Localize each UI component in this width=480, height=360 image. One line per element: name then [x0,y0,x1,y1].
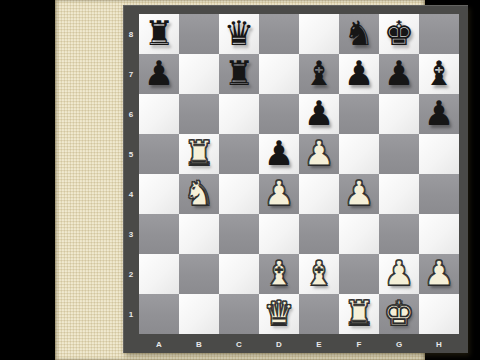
square-g8[interactable]: ♚ [379,14,419,54]
square-g6[interactable] [379,94,419,134]
square-b1[interactable] [179,294,219,334]
square-d7[interactable] [259,54,299,94]
square-b4[interactable]: ♞ [179,174,219,214]
white-rook-f1: ♜ [344,296,374,330]
square-c6[interactable] [219,94,259,134]
square-d1[interactable]: ♛ [259,294,299,334]
square-c8[interactable]: ♛ [219,14,259,54]
square-e8[interactable] [299,14,339,54]
square-h7[interactable]: ♝ [419,54,459,94]
square-f1[interactable]: ♜ [339,294,379,334]
letterbox-left-bar [0,0,55,360]
white-bishop-e2: ♝ [304,256,334,290]
square-a6[interactable] [139,94,179,134]
square-e2[interactable]: ♝ [299,254,339,294]
file-label-b: B [179,336,219,353]
file-label-g: G [379,336,419,353]
square-h1[interactable] [419,294,459,334]
white-pawn-f4: ♟ [344,176,374,210]
file-label-c: C [219,336,259,353]
rank-label-2: 2 [123,254,139,294]
square-g7[interactable]: ♟ [379,54,419,94]
square-a7[interactable]: ♟ [139,54,179,94]
file-label-e: E [299,336,339,353]
square-d4[interactable]: ♟ [259,174,299,214]
square-g4[interactable] [379,174,419,214]
square-e4[interactable] [299,174,339,214]
square-b8[interactable] [179,14,219,54]
rank-label-6: 6 [123,94,139,134]
black-knight-f8: ♞ [344,16,374,50]
file-label-d: D [259,336,299,353]
black-king-g8: ♚ [384,16,414,50]
black-bishop-h7: ♝ [424,56,454,90]
white-king-g1: ♚ [384,296,414,330]
square-d8[interactable] [259,14,299,54]
white-rook-b5: ♜ [184,136,214,170]
black-pawn-a7: ♟ [144,56,174,90]
white-pawn-h2: ♟ [424,256,454,290]
square-a8[interactable]: ♜ [139,14,179,54]
square-a1[interactable] [139,294,179,334]
square-c1[interactable] [219,294,259,334]
white-pawn-g2: ♟ [384,256,414,290]
square-f7[interactable]: ♟ [339,54,379,94]
file-labels: ABCDEFGH [139,336,459,353]
square-b5[interactable]: ♜ [179,134,219,174]
rank-label-3: 3 [123,214,139,254]
square-f4[interactable]: ♟ [339,174,379,214]
square-c4[interactable] [219,174,259,214]
square-e3[interactable] [299,214,339,254]
black-pawn-d5: ♟ [264,136,294,170]
square-g2[interactable]: ♟ [379,254,419,294]
rank-label-1: 1 [123,294,139,334]
white-bishop-d2: ♝ [264,256,294,290]
square-a3[interactable] [139,214,179,254]
square-e1[interactable] [299,294,339,334]
chess-board: 87654321 ABCDEFGH ♜♛♞♚♟♜♝♟♟♝♟♟♜♟♟♞♟♟♝♝♟♟… [123,5,468,353]
square-d6[interactable] [259,94,299,134]
square-g1[interactable]: ♚ [379,294,419,334]
square-c2[interactable] [219,254,259,294]
square-f8[interactable]: ♞ [339,14,379,54]
square-d2[interactable]: ♝ [259,254,299,294]
square-h5[interactable] [419,134,459,174]
black-queen-c8: ♛ [224,16,254,50]
black-pawn-g7: ♟ [384,56,414,90]
square-h6[interactable]: ♟ [419,94,459,134]
file-label-f: F [339,336,379,353]
square-c7[interactable]: ♜ [219,54,259,94]
square-a2[interactable] [139,254,179,294]
table-mat: 87654321 ABCDEFGH ♜♛♞♚♟♜♝♟♟♝♟♟♜♟♟♞♟♟♝♝♟♟… [55,0,425,360]
square-c3[interactable] [219,214,259,254]
white-queen-d1: ♛ [264,296,294,330]
square-f3[interactable] [339,214,379,254]
file-label-a: A [139,336,179,353]
square-c5[interactable] [219,134,259,174]
rank-label-4: 4 [123,174,139,214]
square-b2[interactable] [179,254,219,294]
white-pawn-d4: ♟ [264,176,294,210]
black-bishop-e7: ♝ [304,56,334,90]
square-e6[interactable]: ♟ [299,94,339,134]
square-h2[interactable]: ♟ [419,254,459,294]
square-h8[interactable] [419,14,459,54]
square-b6[interactable] [179,94,219,134]
square-g3[interactable] [379,214,419,254]
square-e7[interactable]: ♝ [299,54,339,94]
black-rook-a8: ♜ [144,16,174,50]
square-a5[interactable] [139,134,179,174]
square-g5[interactable] [379,134,419,174]
black-pawn-h6: ♟ [424,96,454,130]
square-h4[interactable] [419,174,459,214]
square-h3[interactable] [419,214,459,254]
square-d3[interactable] [259,214,299,254]
square-b7[interactable] [179,54,219,94]
black-rook-c7: ♜ [224,56,254,90]
black-pawn-e6: ♟ [304,96,334,130]
rank-label-7: 7 [123,54,139,94]
white-pawn-e5: ♟ [304,136,334,170]
square-f2[interactable] [339,254,379,294]
square-f5[interactable] [339,134,379,174]
black-pawn-f7: ♟ [344,56,374,90]
rank-label-8: 8 [123,14,139,54]
square-e5[interactable]: ♟ [299,134,339,174]
square-f6[interactable] [339,94,379,134]
file-label-h: H [419,336,459,353]
white-knight-b4: ♞ [184,176,214,210]
board-squares: ♜♛♞♚♟♜♝♟♟♝♟♟♜♟♟♞♟♟♝♝♟♟♛♜♚ [139,14,459,334]
square-d5[interactable]: ♟ [259,134,299,174]
square-b3[interactable] [179,214,219,254]
rank-labels: 87654321 [123,14,139,334]
square-a4[interactable] [139,174,179,214]
rank-label-5: 5 [123,134,139,174]
